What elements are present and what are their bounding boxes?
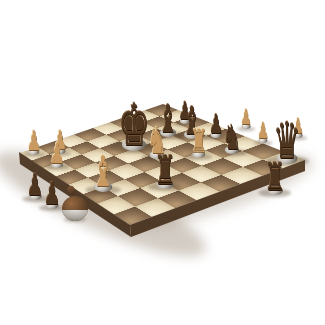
walnut-king-glyph: ♚ [118, 102, 150, 148]
walnut-pawn-glyph: ♟ [209, 114, 223, 135]
walnut-rook-glyph: ♜ [154, 154, 176, 186]
walnut-pawn-glyph: ♟ [27, 173, 44, 197]
pieces-layer: ♚♝♝♟♟♞♜♛♜♟♟♝♞♜♟♟♟♟♟♟ [0, 0, 325, 325]
maple-pawn-glyph: ♟ [49, 143, 65, 165]
maple-rook-glyph: ♜ [190, 129, 208, 155]
product-photo: ♚♝♝♟♟♞♜♛♜♟♟♝♞♜♟♟♟♟♟♟ [0, 0, 325, 325]
walnut-rook-glyph: ♜ [264, 162, 285, 192]
walnut-pawn-glyph: ♟ [43, 181, 60, 206]
maple-pawn-glyph: ♟ [240, 109, 252, 126]
walnut-knight-glyph: ♞ [223, 124, 242, 151]
tipped-piece-knob [66, 185, 76, 196]
tipped-piece-ball [62, 196, 88, 221]
maple-bishop-glyph: ♝ [91, 155, 114, 189]
maple-pawn-glyph: ♟ [257, 122, 269, 140]
maple-pawn-glyph: ♟ [26, 130, 41, 152]
